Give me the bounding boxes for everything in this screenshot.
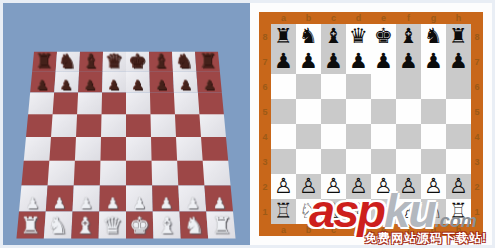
square-e6[interactable] xyxy=(371,74,396,99)
square-e5[interactable] xyxy=(371,99,396,124)
square-a2-3d[interactable]: ♟ xyxy=(19,185,48,211)
square-e3-3d[interactable] xyxy=(126,161,152,186)
square-h6-3d[interactable] xyxy=(198,93,224,115)
rank-label-4: 4 xyxy=(259,124,271,149)
square-b3[interactable] xyxy=(296,149,321,174)
square-a7[interactable]: ♟ xyxy=(271,49,296,74)
square-e1-3d[interactable]: ♚ xyxy=(126,211,153,238)
piece-black-pawn[interactable]: ♟ xyxy=(30,78,54,91)
square-b8[interactable]: ♞ xyxy=(296,24,321,49)
piece-black-bishop[interactable]: ♝ xyxy=(324,26,343,47)
piece-black-knight[interactable]: ♞ xyxy=(299,26,318,47)
square-d8[interactable]: ♛ xyxy=(346,24,371,49)
square-b8-3d[interactable]: ♞ xyxy=(56,52,80,72)
file-label-d: d xyxy=(346,12,371,24)
square-e7[interactable]: ♟ xyxy=(371,49,396,74)
square-c3[interactable] xyxy=(321,149,346,174)
square-a5[interactable] xyxy=(271,99,296,124)
square-d5-3d[interactable] xyxy=(101,114,126,137)
square-h6[interactable] xyxy=(446,74,471,99)
square-h7[interactable]: ♟ xyxy=(446,49,471,74)
piece-black-pawn[interactable]: ♟ xyxy=(150,78,174,91)
piece-black-knight[interactable]: ♞ xyxy=(424,26,443,47)
piece-white-bishop[interactable]: ♝ xyxy=(153,214,180,237)
piece-white-knight[interactable]: ♞ xyxy=(44,214,71,237)
square-a6-3d[interactable] xyxy=(28,93,54,115)
square-c2-3d[interactable]: ♟ xyxy=(73,185,100,211)
square-c5-3d[interactable] xyxy=(76,114,102,137)
square-c7[interactable]: ♟ xyxy=(321,49,346,74)
rank-label-6: 6 xyxy=(259,74,271,99)
square-g5-3d[interactable] xyxy=(175,114,201,137)
square-d2-3d[interactable]: ♟ xyxy=(99,185,126,211)
piece-black-pawn[interactable]: ♟ xyxy=(349,51,368,72)
square-f4[interactable] xyxy=(396,124,421,149)
square-f5-3d[interactable] xyxy=(150,114,176,137)
square-h8[interactable]: ♜ xyxy=(446,24,471,49)
piece-white-pawn[interactable]: ♟ xyxy=(126,195,153,210)
square-c3-3d[interactable] xyxy=(74,161,101,186)
square-e6-3d[interactable] xyxy=(126,93,150,115)
square-d5[interactable] xyxy=(346,99,371,124)
file-labels-top: abcdefgh xyxy=(271,12,471,24)
piece-black-queen[interactable]: ♛ xyxy=(103,52,126,72)
square-b7-3d[interactable]: ♟ xyxy=(54,72,79,93)
watermark-domain: .com xyxy=(435,211,477,231)
piece-black-bishop[interactable]: ♝ xyxy=(149,52,172,72)
piece-white-king[interactable]: ♚ xyxy=(126,214,153,237)
piece-black-pawn[interactable]: ♟ xyxy=(374,51,393,72)
piece-white-bishop[interactable]: ♝ xyxy=(71,214,98,237)
square-a8-3d[interactable]: ♜ xyxy=(32,52,57,72)
file-label-a: a xyxy=(271,12,296,24)
file-label-a: a xyxy=(271,224,296,236)
square-e2-3d[interactable]: ♟ xyxy=(126,185,153,211)
square-d6[interactable] xyxy=(346,74,371,99)
square-h4-3d[interactable] xyxy=(201,137,228,161)
piece-black-pawn[interactable]: ♟ xyxy=(399,51,418,72)
rank-label-8: 8 xyxy=(471,24,483,49)
piece-black-pawn[interactable]: ♟ xyxy=(174,78,198,91)
chess-app-screenshot: ♜♞♝♛♚♝♞♜♟♟♟♟♟♟♟♟♟♟♟♟♟♟♟♟♜♞♝♛♚♝♞♜ abcdefg… xyxy=(0,0,495,248)
board-3d: ♜♞♝♛♚♝♞♜♟♟♟♟♟♟♟♟♟♟♟♟♟♟♟♟♜♞♝♛♚♝♞♜ xyxy=(16,52,235,239)
watermark-tagline: 免费网站源码下载站! xyxy=(365,230,487,247)
square-d4[interactable] xyxy=(346,124,371,149)
square-f7-3d[interactable]: ♟ xyxy=(149,72,173,93)
square-a1[interactable]: ♖ xyxy=(271,199,296,224)
square-a3-3d[interactable] xyxy=(21,161,49,186)
square-d3-3d[interactable] xyxy=(100,161,126,186)
piece-black-rook[interactable]: ♜ xyxy=(32,52,55,72)
square-h3[interactable] xyxy=(446,149,471,174)
piece-black-pawn[interactable]: ♟ xyxy=(198,78,222,91)
rank-label-1: 1 xyxy=(259,199,271,224)
file-label-c: c xyxy=(321,12,346,24)
square-g4-3d[interactable] xyxy=(176,137,203,161)
square-f1-3d[interactable]: ♝ xyxy=(153,211,181,238)
piece-white-pawn[interactable]: ♟ xyxy=(179,195,206,210)
left-3d-board-panel: ♜♞♝♛♚♝♞♜♟♟♟♟♟♟♟♟♟♟♟♟♟♟♟♟♜♞♝♛♚♝♞♜ xyxy=(3,3,250,245)
square-c8[interactable]: ♝ xyxy=(321,24,346,49)
square-g7-3d[interactable]: ♟ xyxy=(173,72,198,93)
piece-black-queen[interactable]: ♛ xyxy=(349,26,368,47)
square-a1-3d[interactable]: ♜ xyxy=(16,211,45,238)
square-g5[interactable] xyxy=(421,99,446,124)
square-h4[interactable] xyxy=(446,124,471,149)
square-a5-3d[interactable] xyxy=(26,114,53,137)
piece-black-pawn[interactable]: ♟ xyxy=(78,78,102,91)
piece-white-pawn[interactable]: ♟ xyxy=(46,195,73,210)
piece-white-rook[interactable]: ♜ xyxy=(17,214,44,237)
square-d7[interactable]: ♟ xyxy=(346,49,371,74)
square-g6[interactable] xyxy=(421,74,446,99)
piece-black-knight[interactable]: ♞ xyxy=(56,52,79,72)
piece-black-king[interactable]: ♚ xyxy=(374,26,393,47)
piece-white-rook[interactable]: ♜ xyxy=(208,214,235,237)
square-a8[interactable]: ♜ xyxy=(271,24,296,49)
square-b5-3d[interactable] xyxy=(51,114,77,137)
piece-white-knight[interactable]: ♞ xyxy=(181,214,208,237)
rank-label-7: 7 xyxy=(259,49,271,74)
rank-label-5: 5 xyxy=(471,99,483,124)
rank-label-7: 7 xyxy=(471,49,483,74)
square-b4[interactable] xyxy=(296,124,321,149)
piece-black-pawn[interactable]: ♟ xyxy=(324,51,343,72)
rank-label-5: 5 xyxy=(259,99,271,124)
rank-label-8: 8 xyxy=(259,24,271,49)
piece-black-pawn[interactable]: ♟ xyxy=(102,78,126,91)
rank-label-3: 3 xyxy=(471,149,483,174)
square-f8-3d[interactable]: ♝ xyxy=(149,52,173,72)
piece-black-pawn[interactable]: ♟ xyxy=(424,51,443,72)
square-f4-3d[interactable] xyxy=(151,137,177,161)
square-e3[interactable] xyxy=(371,149,396,174)
square-h3-3d[interactable] xyxy=(203,161,231,186)
piece-white-queen[interactable]: ♛ xyxy=(99,214,126,237)
square-g6-3d[interactable] xyxy=(174,93,199,115)
square-f2-3d[interactable]: ♟ xyxy=(152,185,179,211)
rank-label-2: 2 xyxy=(259,174,271,199)
square-h8-3d[interactable]: ♜ xyxy=(195,52,220,72)
piece-white-pawn[interactable]: ♟ xyxy=(19,195,46,210)
square-a3[interactable] xyxy=(271,149,296,174)
square-a2[interactable]: ♙ xyxy=(271,174,296,199)
piece-black-king[interactable]: ♚ xyxy=(126,52,149,72)
rank-labels-left: 87654321 xyxy=(259,24,271,224)
square-d1-3d[interactable]: ♛ xyxy=(99,211,126,238)
file-label-f: f xyxy=(396,12,421,24)
file-label-g: g xyxy=(421,12,446,24)
square-g8-3d[interactable]: ♞ xyxy=(172,52,196,72)
square-g1-3d[interactable]: ♞ xyxy=(179,211,208,238)
square-a4[interactable] xyxy=(271,124,296,149)
rank-label-3: 3 xyxy=(259,149,271,174)
square-f6-3d[interactable] xyxy=(150,93,175,115)
square-f3[interactable] xyxy=(396,149,421,174)
square-a7-3d[interactable]: ♟ xyxy=(30,72,55,93)
piece-black-pawn[interactable]: ♟ xyxy=(299,51,318,72)
square-b4-3d[interactable] xyxy=(49,137,76,161)
square-g3[interactable] xyxy=(421,149,446,174)
square-g7[interactable]: ♟ xyxy=(421,49,446,74)
square-c6-3d[interactable] xyxy=(77,93,102,115)
square-c1-3d[interactable]: ♝ xyxy=(71,211,99,238)
square-b1-3d[interactable]: ♞ xyxy=(44,211,73,238)
piece-white-pawn[interactable]: ♟ xyxy=(153,195,180,210)
square-d7-3d[interactable]: ♟ xyxy=(102,72,126,93)
file-label-b: b xyxy=(296,12,321,24)
square-e8-3d[interactable]: ♚ xyxy=(126,52,149,72)
square-g8[interactable]: ♞ xyxy=(421,24,446,49)
square-b5[interactable] xyxy=(296,99,321,124)
square-h7-3d[interactable]: ♟ xyxy=(196,72,221,93)
file-label-h: h xyxy=(446,12,471,24)
piece-white-pawn[interactable]: ♟ xyxy=(73,195,100,210)
square-b7[interactable]: ♟ xyxy=(296,49,321,74)
square-b3-3d[interactable] xyxy=(48,161,75,186)
square-h1-3d[interactable]: ♜ xyxy=(206,211,235,238)
square-c8-3d[interactable]: ♝ xyxy=(79,52,103,72)
square-f5[interactable] xyxy=(396,99,421,124)
square-f6[interactable] xyxy=(396,74,421,99)
square-b6[interactable] xyxy=(296,74,321,99)
piece-black-bishop[interactable]: ♝ xyxy=(79,52,102,72)
square-c6[interactable] xyxy=(321,74,346,99)
square-b6-3d[interactable] xyxy=(53,93,78,115)
square-g4[interactable] xyxy=(421,124,446,149)
square-f7[interactable]: ♟ xyxy=(396,49,421,74)
file-label-e: e xyxy=(371,12,396,24)
square-a6[interactable] xyxy=(271,74,296,99)
piece-black-pawn[interactable]: ♟ xyxy=(274,51,293,72)
piece-white-rook[interactable]: ♖ xyxy=(274,201,293,222)
piece-white-pawn[interactable]: ♟ xyxy=(206,195,233,210)
rank-label-4: 4 xyxy=(471,124,483,149)
piece-black-knight[interactable]: ♞ xyxy=(173,52,196,72)
piece-black-pawn[interactable]: ♟ xyxy=(449,51,468,72)
square-h2-3d[interactable]: ♟ xyxy=(204,185,233,211)
square-f3-3d[interactable] xyxy=(152,161,179,186)
square-b2-3d[interactable]: ♟ xyxy=(46,185,74,211)
square-c5[interactable] xyxy=(321,99,346,124)
square-d4-3d[interactable] xyxy=(100,137,126,161)
square-e8[interactable]: ♚ xyxy=(371,24,396,49)
piece-white-pawn[interactable]: ♙ xyxy=(274,176,293,197)
piece-black-rook[interactable]: ♜ xyxy=(274,26,293,47)
square-d3[interactable] xyxy=(346,149,371,174)
piece-black-pawn[interactable]: ♟ xyxy=(126,78,150,91)
piece-black-pawn[interactable]: ♟ xyxy=(54,78,78,91)
square-c7-3d[interactable]: ♟ xyxy=(78,72,102,93)
piece-black-rook[interactable]: ♜ xyxy=(196,52,219,72)
square-h5[interactable] xyxy=(446,99,471,124)
square-e7-3d[interactable]: ♟ xyxy=(126,72,150,93)
square-a4-3d[interactable] xyxy=(24,137,51,161)
rank-label-6: 6 xyxy=(471,74,483,99)
square-e4-3d[interactable] xyxy=(126,137,152,161)
square-e4[interactable] xyxy=(371,124,396,149)
piece-white-pawn[interactable]: ♟ xyxy=(99,195,126,210)
square-h5-3d[interactable] xyxy=(199,114,226,137)
square-c4-3d[interactable] xyxy=(75,137,101,161)
square-f8[interactable]: ♝ xyxy=(396,24,421,49)
square-d8-3d[interactable]: ♛ xyxy=(103,52,126,72)
square-d6-3d[interactable] xyxy=(102,93,126,115)
piece-black-bishop[interactable]: ♝ xyxy=(399,26,418,47)
square-c4[interactable] xyxy=(321,124,346,149)
square-g2-3d[interactable]: ♟ xyxy=(178,185,206,211)
square-g3-3d[interactable] xyxy=(177,161,204,186)
piece-black-rook[interactable]: ♜ xyxy=(449,26,468,47)
square-e5-3d[interactable] xyxy=(126,114,151,137)
